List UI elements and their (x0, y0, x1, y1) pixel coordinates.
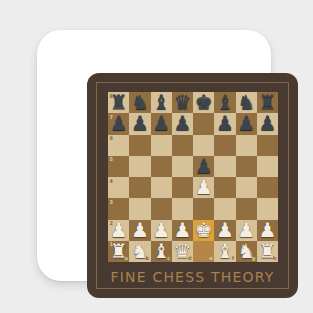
board-square-d5 (172, 156, 193, 177)
board-square-h2: ♟ (257, 220, 278, 241)
board-square-g4 (236, 177, 257, 198)
board-square-a7: ♟7 (108, 113, 129, 134)
board-square-g1: ♞g (236, 241, 257, 262)
board-square-h4 (257, 177, 278, 198)
board-square-a2: ♟2 (108, 220, 129, 241)
board-square-e6 (193, 135, 214, 156)
white-knight-g1: ♞ (237, 241, 255, 262)
board-square-c4 (151, 177, 172, 198)
board-square-c3 (151, 198, 172, 219)
black-rook-h8: ♜ (258, 92, 276, 113)
board-square-b5 (129, 156, 150, 177)
rank-label-4: 4 (110, 179, 113, 184)
black-pawn-c7: ♟ (152, 113, 170, 134)
black-pawn-g7: ♟ (237, 113, 255, 134)
black-bishop-c8: ♝ (152, 92, 170, 113)
board-square-b7: ♟ (129, 113, 150, 134)
board-square-c7: ♟ (151, 113, 172, 134)
board-square-f4 (214, 177, 235, 198)
black-rook-a8: ♜ (110, 92, 128, 113)
black-queen-d8: ♛ (173, 92, 191, 113)
board-square-h1: ♜h (257, 241, 278, 262)
board-square-f2: ♟ (214, 220, 235, 241)
black-pawn-h7: ♟ (258, 113, 276, 134)
board-square-c6 (151, 135, 172, 156)
board-square-e3 (193, 198, 214, 219)
white-pawn-h2: ♟ (258, 220, 276, 241)
board-square-f6 (214, 135, 235, 156)
board-square-g5 (236, 156, 257, 177)
board-square-b3 (129, 198, 150, 219)
board-square-d1: ♛d (172, 241, 193, 262)
white-knight-b1: ♞ (131, 241, 149, 262)
board-square-d4 (172, 177, 193, 198)
board-square-h8: ♜ (257, 92, 278, 113)
magnet: ♜8♞♝♛♚♝♞♜♟7♟♟♟♟♟♟65♟4♟3♟2♟♟♟♚♟♟♟♜1a♞b♝c♛… (37, 30, 271, 281)
board-square-c8: ♝ (151, 92, 172, 113)
design-panel: ♜8♞♝♛♚♝♞♜♟7♟♟♟♟♟♟65♟4♟3♟2♟♟♟♚♟♟♟♜1a♞b♝c♛… (87, 73, 298, 298)
rank-label-3: 3 (110, 200, 113, 205)
board-square-a5: 5 (108, 156, 129, 177)
board-square-e4: ♟ (193, 177, 214, 198)
white-pawn-b2: ♟ (131, 220, 149, 241)
board-square-f7: ♟ (214, 113, 235, 134)
black-king-e8: ♚ (195, 92, 213, 113)
board-square-f5 (214, 156, 235, 177)
black-pawn-d7: ♟ (173, 113, 191, 134)
board-square-h6 (257, 135, 278, 156)
black-pawn-f7: ♟ (216, 113, 234, 134)
black-knight-b8: ♞ (131, 92, 149, 113)
board-square-c2: ♟ (151, 220, 172, 241)
white-pawn-d2: ♟ (173, 220, 191, 241)
board-square-a3: 3 (108, 198, 129, 219)
board-square-g8: ♞ (236, 92, 257, 113)
white-pawn-c2: ♟ (152, 220, 170, 241)
board-square-h3 (257, 198, 278, 219)
board-square-g7: ♟ (236, 113, 257, 134)
board-square-f8: ♝ (214, 92, 235, 113)
board-square-a4: 4 (108, 177, 129, 198)
white-queen-d1: ♛ (173, 241, 191, 262)
board-square-d8: ♛ (172, 92, 193, 113)
product-mockup: ♜8♞♝♛♚♝♞♜♟7♟♟♟♟♟♟65♟4♟3♟2♟♟♟♚♟♟♟♜1a♞b♝c♛… (0, 0, 313, 313)
board-square-b8: ♞ (129, 92, 150, 113)
black-bishop-f8: ♝ (216, 92, 234, 113)
white-bishop-c1: ♝ (152, 241, 170, 262)
white-pawn-e4: ♟ (195, 177, 213, 198)
board-square-h7: ♟ (257, 113, 278, 134)
board-square-c1: ♝c (151, 241, 172, 262)
white-rook-a1: ♜ (110, 241, 128, 262)
white-pawn-a2: ♟ (110, 220, 128, 241)
black-pawn-e5: ♟ (195, 156, 213, 177)
board-square-e1: e (193, 241, 214, 262)
board-square-c5 (151, 156, 172, 177)
board-square-a8: ♜8 (108, 92, 129, 113)
board-square-g3 (236, 198, 257, 219)
board-square-f1: ♝f (214, 241, 235, 262)
board-square-d3 (172, 198, 193, 219)
black-knight-g8: ♞ (237, 92, 255, 113)
white-rook-h1: ♜ (258, 241, 276, 262)
board-square-d7: ♟ (172, 113, 193, 134)
board-square-g2: ♟ (236, 220, 257, 241)
board-square-d2: ♟ (172, 220, 193, 241)
board-square-e5: ♟ (193, 156, 214, 177)
board-square-f3 (214, 198, 235, 219)
board-square-b1: ♞b (129, 241, 150, 262)
board-square-e7 (193, 113, 214, 134)
white-bishop-f1: ♝ (216, 241, 234, 262)
board-square-b2: ♟ (129, 220, 150, 241)
board-square-b6 (129, 135, 150, 156)
white-king-e2: ♚ (195, 220, 213, 241)
rank-label-6: 6 (110, 136, 113, 141)
board-square-e8: ♚ (193, 92, 214, 113)
rank-label-5: 5 (110, 157, 113, 162)
white-pawn-g2: ♟ (237, 220, 255, 241)
black-pawn-a7: ♟ (110, 113, 128, 134)
white-pawn-f2: ♟ (216, 220, 234, 241)
board-square-d6 (172, 135, 193, 156)
board-square-a1: ♜1a (108, 241, 129, 262)
board-square-a6: 6 (108, 135, 129, 156)
board-square-b4 (129, 177, 150, 198)
chess-board: ♜8♞♝♛♚♝♞♜♟7♟♟♟♟♟♟65♟4♟3♟2♟♟♟♚♟♟♟♜1a♞b♝c♛… (108, 92, 278, 262)
board-square-e2: ♚ (193, 220, 214, 241)
board-square-h5 (257, 156, 278, 177)
black-pawn-b7: ♟ (131, 113, 149, 134)
file-label-e: e (209, 256, 212, 261)
title-text: FINE CHESS THEORY (87, 269, 298, 285)
board-square-g6 (236, 135, 257, 156)
